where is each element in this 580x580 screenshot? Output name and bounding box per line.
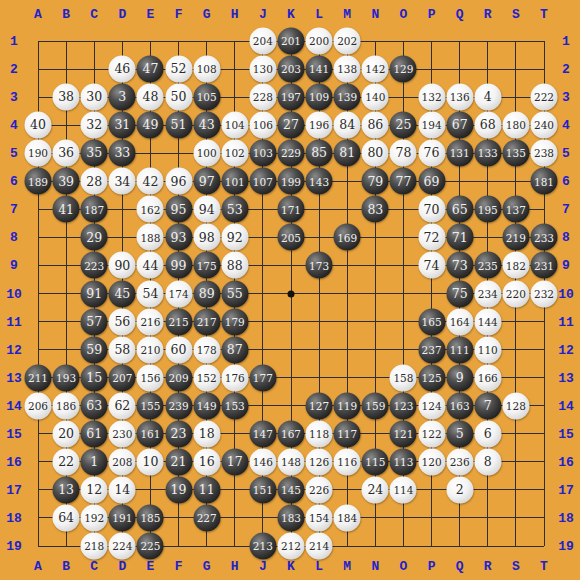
row-label-left-5: 5: [10, 146, 18, 161]
stone-black-49[interactable]: 49: [137, 112, 164, 139]
stone-black-239[interactable]: 239: [165, 392, 192, 419]
stone-white-12[interactable]: 12: [81, 476, 108, 503]
stone-black-103[interactable]: 103: [249, 140, 276, 167]
stone-white-202[interactable]: 202: [334, 28, 361, 55]
stone-black-177[interactable]: 177: [249, 364, 276, 391]
stone-black-89[interactable]: 89: [193, 280, 220, 307]
row-label-left-15: 15: [6, 426, 22, 441]
stone-white-16[interactable]: 16: [193, 448, 220, 475]
stone-black-57[interactable]: 57: [81, 308, 108, 335]
stone-black-41[interactable]: 41: [53, 196, 80, 223]
stone-white-40[interactable]: 40: [25, 112, 52, 139]
stone-white-54[interactable]: 54: [137, 280, 164, 307]
stone-white-18[interactable]: 18: [193, 420, 220, 447]
stone-white-200[interactable]: 200: [306, 28, 333, 55]
stone-white-174[interactable]: 174: [165, 280, 192, 307]
stone-white-74[interactable]: 74: [418, 252, 445, 279]
stone-white-140[interactable]: 140: [362, 84, 389, 111]
row-label-left-6: 6: [10, 174, 18, 189]
stone-black-121[interactable]: 121: [390, 420, 417, 447]
col-label-top-T: T: [540, 7, 548, 22]
col-label-top-O: O: [400, 7, 408, 22]
stone-black-19[interactable]: 19: [165, 476, 192, 503]
stone-black-77[interactable]: 77: [390, 168, 417, 195]
stone-black-91[interactable]: 91: [81, 280, 108, 307]
stone-white-224[interactable]: 224: [109, 533, 136, 560]
stone-white-60[interactable]: 60: [165, 336, 192, 363]
stone-white-208[interactable]: 208: [109, 448, 136, 475]
row-label-left-18: 18: [6, 510, 22, 525]
stone-white-50[interactable]: 50: [165, 84, 192, 111]
col-label-bottom-J: J: [259, 559, 267, 574]
stone-white-228[interactable]: 228: [249, 84, 276, 111]
stone-black-217[interactable]: 217: [193, 308, 220, 335]
stone-black-115[interactable]: 115: [362, 448, 389, 475]
col-label-bottom-Q: Q: [456, 559, 464, 574]
stone-black-185[interactable]: 185: [137, 504, 164, 531]
stone-black-183[interactable]: 183: [278, 504, 305, 531]
stone-black-145[interactable]: 145: [278, 476, 305, 503]
stone-white-36[interactable]: 36: [53, 140, 80, 167]
stone-white-76[interactable]: 76: [418, 140, 445, 167]
stone-black-131[interactable]: 131: [446, 140, 473, 167]
stone-black-113[interactable]: 113: [390, 448, 417, 475]
stone-black-117[interactable]: 117: [334, 420, 361, 447]
stone-black-235[interactable]: 235: [474, 252, 501, 279]
stone-white-192[interactable]: 192: [81, 504, 108, 531]
stone-black-71[interactable]: 71: [446, 224, 473, 251]
stone-white-234[interactable]: 234: [474, 280, 501, 307]
row-label-right-17: 17: [558, 482, 574, 497]
stone-white-94[interactable]: 94: [193, 196, 220, 223]
stone-white-220[interactable]: 220: [502, 280, 529, 307]
stone-black-219[interactable]: 219: [502, 224, 529, 251]
stone-black-27[interactable]: 27: [278, 112, 305, 139]
stone-white-130[interactable]: 130: [249, 56, 276, 83]
col-label-top-H: H: [231, 7, 239, 22]
col-label-top-C: C: [90, 7, 98, 22]
stone-black-127[interactable]: 127: [306, 392, 333, 419]
row-label-right-4: 4: [562, 118, 570, 133]
stone-black-31[interactable]: 31: [109, 112, 136, 139]
stone-black-97[interactable]: 97: [193, 168, 220, 195]
stone-black-63[interactable]: 63: [81, 392, 108, 419]
stone-white-230[interactable]: 230: [109, 420, 136, 447]
stone-white-98[interactable]: 98: [193, 224, 220, 251]
stone-white-6[interactable]: 6: [474, 420, 501, 447]
stone-black-67[interactable]: 67: [446, 112, 473, 139]
col-label-bottom-H: H: [231, 559, 239, 574]
stone-black-211[interactable]: 211: [25, 364, 52, 391]
stone-white-10[interactable]: 10: [137, 448, 164, 475]
col-label-top-J: J: [259, 7, 267, 22]
stone-white-84[interactable]: 84: [334, 112, 361, 139]
col-label-bottom-E: E: [147, 559, 155, 574]
stone-white-116[interactable]: 116: [334, 448, 361, 475]
stone-black-101[interactable]: 101: [221, 168, 248, 195]
col-label-bottom-P: P: [428, 559, 436, 574]
stone-white-110[interactable]: 110: [474, 336, 501, 363]
stone-black-195[interactable]: 195: [474, 196, 501, 223]
stone-black-81[interactable]: 81: [334, 140, 361, 167]
stone-black-5[interactable]: 5: [446, 420, 473, 447]
stone-white-68[interactable]: 68: [474, 112, 501, 139]
stone-black-29[interactable]: 29: [81, 224, 108, 251]
stone-white-92[interactable]: 92: [221, 224, 248, 251]
stone-black-213[interactable]: 213: [249, 533, 276, 560]
stone-white-122[interactable]: 122: [418, 420, 445, 447]
stone-white-52[interactable]: 52: [165, 56, 192, 83]
stone-white-102[interactable]: 102: [221, 140, 248, 167]
stone-black-125[interactable]: 125: [418, 364, 445, 391]
stone-black-79[interactable]: 79: [362, 168, 389, 195]
stone-white-30[interactable]: 30: [81, 84, 108, 111]
row-label-right-16: 16: [558, 454, 574, 469]
stone-black-201[interactable]: 201: [278, 28, 305, 55]
stone-black-45[interactable]: 45: [109, 280, 136, 307]
star-point: [288, 290, 295, 297]
stone-black-149[interactable]: 149: [193, 392, 220, 419]
stone-white-2[interactable]: 2: [446, 476, 473, 503]
stone-white-238[interactable]: 238: [531, 140, 558, 167]
stone-black-191[interactable]: 191: [109, 504, 136, 531]
row-label-right-13: 13: [558, 370, 574, 385]
stone-white-218[interactable]: 218: [81, 533, 108, 560]
stone-black-105[interactable]: 105: [193, 84, 220, 111]
row-label-right-11: 11: [558, 314, 574, 329]
stone-black-65[interactable]: 65: [446, 196, 473, 223]
stone-black-171[interactable]: 171: [278, 196, 305, 223]
stone-black-3[interactable]: 3: [109, 84, 136, 111]
col-label-top-A: A: [34, 7, 42, 22]
stone-black-141[interactable]: 141: [306, 56, 333, 83]
stone-black-135[interactable]: 135: [502, 140, 529, 167]
stone-black-123[interactable]: 123: [390, 392, 417, 419]
stone-black-73[interactable]: 73: [446, 252, 473, 279]
row-label-right-3: 3: [562, 90, 570, 105]
col-label-top-G: G: [203, 7, 211, 22]
stone-black-223[interactable]: 223: [81, 252, 108, 279]
stone-black-129[interactable]: 129: [390, 56, 417, 83]
stone-white-32[interactable]: 32: [81, 112, 108, 139]
stone-white-152[interactable]: 152: [193, 364, 220, 391]
stone-black-153[interactable]: 153: [221, 392, 248, 419]
row-label-left-1: 1: [10, 34, 18, 49]
stone-black-207[interactable]: 207: [109, 364, 136, 391]
row-label-left-17: 17: [6, 482, 22, 497]
col-label-top-K: K: [287, 7, 295, 22]
stone-white-180[interactable]: 180: [502, 112, 529, 139]
col-label-bottom-G: G: [203, 559, 211, 574]
stone-white-42[interactable]: 42: [137, 168, 164, 195]
stone-black-95[interactable]: 95: [165, 196, 192, 223]
stone-black-209[interactable]: 209: [165, 364, 192, 391]
stone-black-193[interactable]: 193: [53, 364, 80, 391]
row-label-right-15: 15: [558, 426, 574, 441]
stone-white-190[interactable]: 190: [25, 140, 52, 167]
row-label-right-12: 12: [558, 342, 574, 357]
stone-black-87[interactable]: 87: [221, 336, 248, 363]
stone-black-187[interactable]: 187: [81, 196, 108, 223]
stone-white-38[interactable]: 38: [53, 84, 80, 111]
stone-black-107[interactable]: 107: [249, 168, 276, 195]
col-label-top-R: R: [484, 7, 492, 22]
row-label-left-7: 7: [10, 202, 18, 217]
stone-black-167[interactable]: 167: [278, 420, 305, 447]
col-label-top-M: M: [343, 7, 351, 22]
row-label-right-6: 6: [562, 174, 570, 189]
col-label-bottom-F: F: [175, 559, 183, 574]
col-label-bottom-M: M: [343, 559, 351, 574]
col-label-bottom-C: C: [90, 559, 98, 574]
stone-white-154[interactable]: 154: [306, 504, 333, 531]
stone-white-106[interactable]: 106: [249, 112, 276, 139]
stone-black-229[interactable]: 229: [278, 140, 305, 167]
col-label-top-B: B: [62, 7, 70, 22]
stone-white-240[interactable]: 240: [531, 112, 558, 139]
stone-white-70[interactable]: 70: [418, 196, 445, 223]
row-label-left-14: 14: [6, 398, 22, 413]
stone-black-215[interactable]: 215: [165, 308, 192, 335]
stone-black-9[interactable]: 9: [446, 364, 473, 391]
col-label-bottom-S: S: [512, 559, 520, 574]
col-label-top-N: N: [371, 7, 379, 22]
stone-black-161[interactable]: 161: [137, 420, 164, 447]
stone-black-21[interactable]: 21: [165, 448, 192, 475]
col-label-top-P: P: [428, 7, 436, 22]
stone-black-175[interactable]: 175: [193, 252, 220, 279]
stone-black-199[interactable]: 199: [278, 168, 305, 195]
stone-black-25[interactable]: 25: [390, 112, 417, 139]
row-label-left-12: 12: [6, 342, 22, 357]
stone-white-72[interactable]: 72: [418, 224, 445, 251]
stone-white-222[interactable]: 222: [531, 84, 558, 111]
col-label-bottom-O: O: [400, 559, 408, 574]
stone-white-132[interactable]: 132: [418, 84, 445, 111]
stone-white-46[interactable]: 46: [109, 56, 136, 83]
col-label-top-E: E: [147, 7, 155, 22]
row-label-right-8: 8: [562, 230, 570, 245]
stone-black-13[interactable]: 13: [53, 476, 80, 503]
stone-black-189[interactable]: 189: [25, 168, 52, 195]
row-label-right-9: 9: [562, 258, 570, 273]
row-label-right-18: 18: [558, 510, 574, 525]
stone-black-237[interactable]: 237: [418, 336, 445, 363]
stone-black-225[interactable]: 225: [137, 533, 164, 560]
stone-white-226[interactable]: 226: [306, 476, 333, 503]
stone-black-39[interactable]: 39: [53, 168, 80, 195]
stone-white-20[interactable]: 20: [53, 420, 80, 447]
stone-black-99[interactable]: 99: [165, 252, 192, 279]
stone-black-23[interactable]: 23: [165, 420, 192, 447]
stone-white-24[interactable]: 24: [362, 476, 389, 503]
stone-white-236[interactable]: 236: [446, 448, 473, 475]
row-label-left-2: 2: [10, 62, 18, 77]
stone-black-227[interactable]: 227: [193, 504, 220, 531]
stone-black-111[interactable]: 111: [446, 336, 473, 363]
stone-white-58[interactable]: 58: [109, 336, 136, 363]
stone-black-59[interactable]: 59: [81, 336, 108, 363]
stone-white-108[interactable]: 108: [193, 56, 220, 83]
stone-white-182[interactable]: 182: [502, 252, 529, 279]
stone-black-35[interactable]: 35: [81, 140, 108, 167]
stone-white-144[interactable]: 144: [474, 308, 501, 335]
stone-black-55[interactable]: 55: [221, 280, 248, 307]
stone-white-136[interactable]: 136: [446, 84, 473, 111]
row-label-left-3: 3: [10, 90, 18, 105]
col-label-bottom-A: A: [34, 559, 42, 574]
stone-black-155[interactable]: 155: [137, 392, 164, 419]
col-label-bottom-T: T: [540, 559, 548, 574]
col-label-bottom-D: D: [118, 559, 126, 574]
stone-black-83[interactable]: 83: [362, 196, 389, 223]
stone-white-188[interactable]: 188: [137, 224, 164, 251]
row-label-right-14: 14: [558, 398, 574, 413]
col-label-top-S: S: [512, 7, 520, 22]
stone-black-159[interactable]: 159: [362, 392, 389, 419]
stone-black-181[interactable]: 181: [531, 168, 558, 195]
stone-white-56[interactable]: 56: [109, 308, 136, 335]
stone-black-47[interactable]: 47: [137, 56, 164, 83]
row-label-left-19: 19: [6, 539, 22, 554]
stone-black-43[interactable]: 43: [193, 112, 220, 139]
col-label-top-F: F: [175, 7, 183, 22]
stone-white-86[interactable]: 86: [362, 112, 389, 139]
stone-black-7[interactable]: 7: [474, 392, 501, 419]
stone-white-158[interactable]: 158: [390, 364, 417, 391]
stone-black-119[interactable]: 119: [334, 392, 361, 419]
stone-white-34[interactable]: 34: [109, 168, 136, 195]
stone-white-216[interactable]: 216: [137, 308, 164, 335]
stone-white-176[interactable]: 176: [221, 364, 248, 391]
stone-black-53[interactable]: 53: [221, 196, 248, 223]
stone-black-203[interactable]: 203: [278, 56, 305, 83]
stone-black-133[interactable]: 133: [474, 140, 501, 167]
stone-white-184[interactable]: 184: [334, 504, 361, 531]
row-label-left-13: 13: [6, 370, 22, 385]
stone-black-51[interactable]: 51: [165, 112, 192, 139]
stone-white-4[interactable]: 4: [474, 84, 501, 111]
stone-white-88[interactable]: 88: [221, 252, 248, 279]
stone-black-233[interactable]: 233: [531, 224, 558, 251]
stone-black-163[interactable]: 163: [446, 392, 473, 419]
stone-white-48[interactable]: 48: [137, 84, 164, 111]
stone-white-126[interactable]: 126: [306, 448, 333, 475]
stone-black-231[interactable]: 231: [531, 252, 558, 279]
col-label-bottom-B: B: [62, 559, 70, 574]
go-board[interactable]: AABBCCDDEEFFGGHHJJKKLLMMNNOOPPQQRRSSTT11…: [0, 0, 580, 580]
stone-white-62[interactable]: 62: [109, 392, 136, 419]
stone-black-169[interactable]: 169: [334, 224, 361, 251]
stone-black-109[interactable]: 109: [306, 84, 333, 111]
stone-white-90[interactable]: 90: [109, 252, 136, 279]
stone-black-137[interactable]: 137: [502, 196, 529, 223]
stone-white-156[interactable]: 156: [137, 364, 164, 391]
stone-black-69[interactable]: 69: [418, 168, 445, 195]
row-label-left-9: 9: [10, 258, 18, 273]
stone-white-138[interactable]: 138: [334, 56, 361, 83]
stone-white-80[interactable]: 80: [362, 140, 389, 167]
stone-white-164[interactable]: 164: [446, 308, 473, 335]
stone-white-22[interactable]: 22: [53, 448, 80, 475]
stone-black-61[interactable]: 61: [81, 420, 108, 447]
stone-white-118[interactable]: 118: [306, 420, 333, 447]
row-label-right-7: 7: [562, 202, 570, 217]
stone-black-93[interactable]: 93: [165, 224, 192, 251]
stone-white-14[interactable]: 14: [109, 476, 136, 503]
row-label-left-16: 16: [6, 454, 22, 469]
stone-black-173[interactable]: 173: [306, 252, 333, 279]
stone-white-178[interactable]: 178: [193, 336, 220, 363]
stone-black-1[interactable]: 1: [81, 448, 108, 475]
stone-white-194[interactable]: 194: [418, 112, 445, 139]
stone-white-44[interactable]: 44: [137, 252, 164, 279]
stone-white-64[interactable]: 64: [53, 504, 80, 531]
col-label-bottom-L: L: [315, 559, 323, 574]
stone-black-179[interactable]: 179: [221, 308, 248, 335]
stone-white-204[interactable]: 204: [249, 28, 276, 55]
stone-white-104[interactable]: 104: [221, 112, 248, 139]
stone-white-100[interactable]: 100: [193, 140, 220, 167]
stone-black-147[interactable]: 147: [249, 420, 276, 447]
stone-black-205[interactable]: 205: [278, 224, 305, 251]
stone-black-165[interactable]: 165: [418, 308, 445, 335]
stone-white-214[interactable]: 214: [306, 533, 333, 560]
stone-white-186[interactable]: 186: [53, 392, 80, 419]
row-label-right-19: 19: [558, 539, 574, 554]
col-label-bottom-K: K: [287, 559, 295, 574]
stone-white-78[interactable]: 78: [390, 140, 417, 167]
row-label-right-5: 5: [562, 146, 570, 161]
stone-white-120[interactable]: 120: [418, 448, 445, 475]
stone-black-15[interactable]: 15: [81, 364, 108, 391]
stone-white-96[interactable]: 96: [165, 168, 192, 195]
stone-black-33[interactable]: 33: [109, 140, 136, 167]
stone-black-139[interactable]: 139: [334, 84, 361, 111]
stone-white-114[interactable]: 114: [390, 476, 417, 503]
stone-white-212[interactable]: 212: [278, 533, 305, 560]
stone-black-151[interactable]: 151: [249, 476, 276, 503]
stone-white-210[interactable]: 210: [137, 336, 164, 363]
stone-white-232[interactable]: 232: [531, 280, 558, 307]
stone-white-124[interactable]: 124: [418, 392, 445, 419]
row-label-right-1: 1: [562, 34, 570, 49]
col-label-bottom-R: R: [484, 559, 492, 574]
stone-white-128[interactable]: 128: [502, 392, 529, 419]
stone-white-142[interactable]: 142: [362, 56, 389, 83]
stone-black-11[interactable]: 11: [193, 476, 220, 503]
stone-white-146[interactable]: 146: [249, 448, 276, 475]
stone-black-197[interactable]: 197: [278, 84, 305, 111]
col-label-top-D: D: [118, 7, 126, 22]
stone-white-28[interactable]: 28: [81, 168, 108, 195]
stone-black-85[interactable]: 85: [306, 140, 333, 167]
col-label-bottom-N: N: [371, 559, 379, 574]
stone-black-75[interactable]: 75: [446, 280, 473, 307]
row-label-left-10: 10: [6, 286, 22, 301]
stone-black-143[interactable]: 143: [306, 168, 333, 195]
stone-white-148[interactable]: 148: [278, 448, 305, 475]
stone-white-196[interactable]: 196: [306, 112, 333, 139]
stone-white-206[interactable]: 206: [25, 392, 52, 419]
stone-white-8[interactable]: 8: [474, 448, 501, 475]
stone-white-166[interactable]: 166: [474, 364, 501, 391]
row-label-right-10: 10: [558, 286, 574, 301]
col-label-top-L: L: [315, 7, 323, 22]
row-label-right-2: 2: [562, 62, 570, 77]
stone-black-17[interactable]: 17: [221, 448, 248, 475]
stone-white-162[interactable]: 162: [137, 196, 164, 223]
